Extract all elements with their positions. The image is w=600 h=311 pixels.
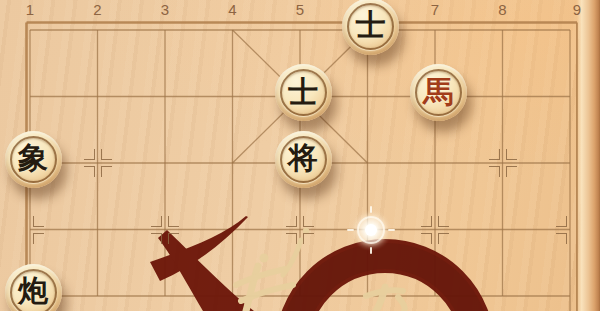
xiangqi-board[interactable]: 123456789 士士馬象将炮 (0, 0, 600, 311)
piece-glyph: 士 (288, 77, 318, 107)
board-right-frame (577, 0, 600, 311)
piece-black-advisor[interactable]: 士 (275, 64, 332, 121)
piece-black-elephant[interactable]: 象 (5, 131, 62, 188)
piece-glyph: 将 (288, 143, 318, 173)
column-label-1: 1 (19, 1, 41, 18)
point-marker (489, 149, 517, 177)
piece-glyph: 士 (356, 10, 386, 40)
column-label-4: 4 (222, 1, 244, 18)
point-marker (151, 216, 179, 244)
column-label-8: 8 (492, 1, 514, 18)
point-marker (16, 216, 44, 244)
column-label-5: 5 (289, 1, 311, 18)
point-marker (421, 216, 449, 244)
piece-black-advisor[interactable]: 士 (342, 0, 399, 55)
column-label-3: 3 (154, 1, 176, 18)
point-marker (286, 216, 314, 244)
piece-black-general[interactable]: 将 (275, 131, 332, 188)
sparkle-highlight (347, 206, 395, 254)
point-marker (556, 216, 584, 244)
point-marker (84, 149, 112, 177)
column-label-7: 7 (424, 1, 446, 18)
piece-red-horse[interactable]: 馬 (410, 64, 467, 121)
piece-glyph: 炮 (18, 276, 48, 306)
piece-glyph: 象 (18, 143, 48, 173)
column-label-2: 2 (87, 1, 109, 18)
piece-glyph: 馬 (423, 77, 453, 107)
column-label-9: 9 (566, 1, 588, 18)
